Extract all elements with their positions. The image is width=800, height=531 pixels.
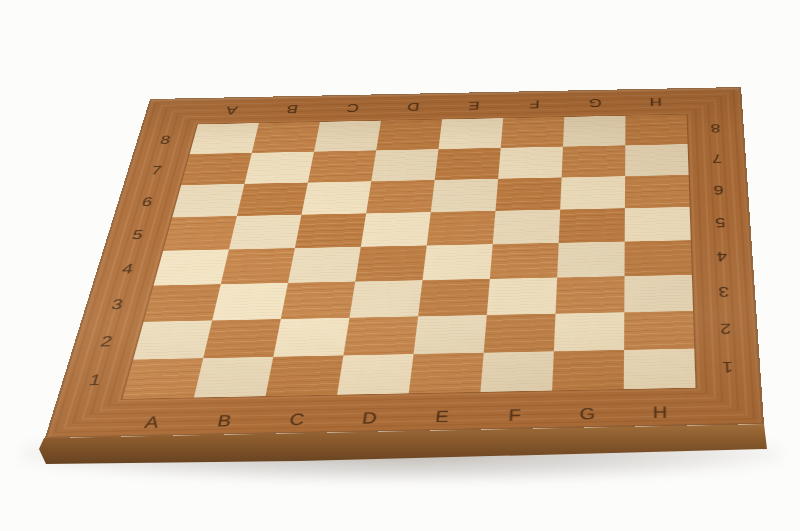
square-c5 — [295, 213, 366, 248]
file-label-bottom-d: D — [341, 399, 397, 438]
square-e1 — [409, 353, 484, 394]
file-label-bottom-e: E — [415, 397, 470, 436]
board-grid — [122, 114, 695, 399]
square-a2 — [133, 320, 212, 359]
chess-board: AA88BB77CC66DD55EE44FF33GG22HH11 — [45, 87, 764, 438]
square-b6 — [237, 183, 308, 216]
rank-label-right-6: 6 — [697, 174, 740, 207]
square-f1 — [480, 351, 553, 392]
file-label-bottom-a: A — [121, 403, 181, 442]
file-label-bottom-g: G — [561, 395, 613, 434]
square-b1 — [194, 357, 273, 398]
square-d7 — [371, 149, 438, 181]
square-a8 — [190, 123, 259, 154]
square-g6 — [560, 176, 625, 209]
square-a3 — [144, 284, 221, 322]
square-c1 — [266, 355, 344, 396]
square-e2 — [414, 315, 487, 354]
square-f7 — [498, 147, 563, 179]
square-b4 — [221, 248, 295, 284]
square-b2 — [203, 319, 281, 358]
square-b8 — [252, 122, 320, 153]
square-f4 — [490, 243, 559, 279]
square-g4 — [557, 242, 625, 278]
square-b7 — [244, 152, 314, 184]
file-label-bottom-b: B — [195, 402, 254, 441]
square-h8 — [625, 114, 687, 145]
file-label-top-g: G — [573, 90, 616, 117]
square-a6 — [172, 184, 244, 217]
square-c4 — [288, 247, 361, 283]
square-h1 — [624, 349, 696, 390]
square-e8 — [438, 118, 503, 149]
square-d4 — [355, 245, 427, 281]
file-label-top-e: E — [451, 92, 496, 119]
file-label-top-a: A — [207, 97, 256, 124]
rank-label-right-8: 8 — [695, 113, 736, 143]
square-g8 — [563, 116, 625, 147]
square-h7 — [625, 144, 689, 176]
rank-label-right-1: 1 — [704, 347, 752, 387]
file-label-top-f: F — [512, 91, 556, 118]
square-h2 — [624, 311, 694, 350]
file-label-bottom-f: F — [488, 396, 541, 435]
rank-label-right-5: 5 — [699, 206, 743, 240]
square-h3 — [624, 275, 693, 312]
square-g1 — [552, 350, 624, 391]
square-c3 — [281, 282, 355, 320]
square-f3 — [487, 278, 557, 315]
file-label-bottom-h: H — [635, 393, 686, 432]
square-c6 — [301, 181, 371, 214]
rank-label-right-2: 2 — [703, 310, 750, 348]
file-label-top-d: D — [390, 93, 436, 120]
square-h6 — [625, 175, 690, 208]
rank-label-right-7: 7 — [696, 143, 738, 175]
square-f5 — [493, 210, 560, 245]
square-h5 — [625, 207, 691, 242]
square-f8 — [501, 117, 565, 148]
square-c2 — [273, 318, 349, 357]
square-b5 — [229, 215, 302, 250]
file-label-top-h: H — [635, 88, 678, 115]
square-e7 — [435, 148, 501, 180]
square-e3 — [418, 279, 490, 316]
square-g3 — [556, 276, 625, 313]
square-e6 — [431, 179, 498, 212]
square-g7 — [562, 145, 626, 177]
square-g5 — [559, 208, 625, 243]
square-d5 — [361, 212, 431, 247]
file-label-top-b: B — [268, 96, 316, 123]
square-g2 — [554, 312, 624, 351]
square-a4 — [154, 249, 229, 285]
square-d6 — [366, 180, 435, 213]
square-d2 — [343, 316, 418, 355]
rank-label-right-4: 4 — [700, 239, 745, 274]
square-a5 — [163, 216, 237, 251]
square-c8 — [314, 121, 381, 152]
square-e5 — [427, 211, 496, 246]
square-f2 — [484, 314, 556, 353]
rank-label-right-3: 3 — [701, 274, 747, 311]
photo-background: AA88BB77CC66DD55EE44FF33GG22HH11 — [0, 0, 800, 531]
square-f6 — [495, 177, 561, 210]
square-d8 — [376, 119, 442, 150]
square-h4 — [624, 240, 691, 276]
square-a7 — [181, 153, 252, 185]
square-b3 — [212, 283, 288, 321]
file-label-bottom-c: C — [268, 400, 326, 439]
square-d1 — [337, 354, 413, 395]
square-a1 — [122, 358, 203, 399]
square-d3 — [349, 280, 422, 318]
file-label-top-c: C — [329, 94, 376, 121]
square-c7 — [308, 150, 376, 182]
square-e4 — [423, 244, 493, 280]
